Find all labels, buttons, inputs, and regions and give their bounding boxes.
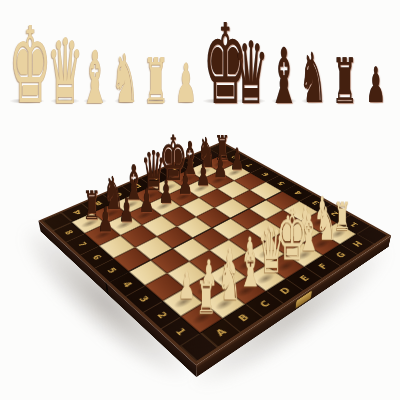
square-c5 — [156, 227, 192, 249]
label-text: 7 — [76, 240, 89, 248]
lineup-black-knight: ♞ — [295, 44, 331, 113]
lineup-white-pawn: ♟ — [168, 57, 204, 111]
square-b5 — [135, 237, 172, 260]
piece-glyph: ♜ — [185, 275, 227, 321]
label-text: 6 — [260, 171, 271, 177]
label-text: D — [277, 285, 292, 295]
label-text: C — [257, 299, 272, 309]
label-text: A — [213, 326, 229, 338]
lineup-white-king: ♚ — [9, 14, 45, 119]
piece-glyph: ♟ — [87, 202, 123, 237]
label-text: 2 — [155, 310, 170, 320]
label-text: E — [297, 274, 311, 283]
fold-seam-notch — [105, 282, 108, 295]
lineup-black-pawn: ♟ — [358, 61, 394, 110]
square-b6 — [120, 225, 156, 247]
lineup-black-queen: ♛ — [233, 30, 269, 116]
lineup: ♚♛♝♞♜♟♚♛♝♞♜♟ — [0, 0, 400, 115]
stage: ♚♛♝♞♜♟♚♛♝♞♜♟ AABBCCDDEEFFGGHH11223344556… — [0, 0, 400, 400]
